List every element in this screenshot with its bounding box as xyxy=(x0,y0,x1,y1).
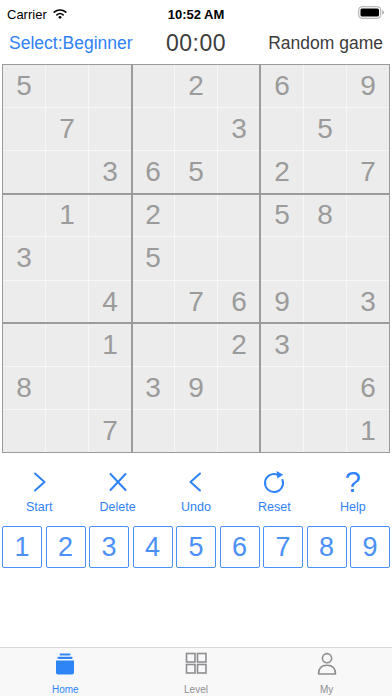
my-label: My xyxy=(320,684,333,695)
tab-my[interactable]: My xyxy=(261,648,392,696)
sudoku-cell-r9c3[interactable]: 7 xyxy=(89,410,131,452)
status-bar: Carrier 10:52 AM xyxy=(0,0,392,26)
sudoku-cell-r5c9[interactable] xyxy=(347,237,389,279)
sudoku-cell-r4c1[interactable] xyxy=(3,194,45,236)
sudoku-cell-r9c9[interactable]: 1 xyxy=(347,410,389,452)
help-label: Help xyxy=(340,500,366,514)
sudoku-cell-r4c9[interactable] xyxy=(347,194,389,236)
delete-button[interactable]: Delete xyxy=(78,467,156,514)
number-pad: 123456789 xyxy=(2,526,390,568)
sudoku-cell-r8c8[interactable] xyxy=(304,367,346,409)
carrier-label: Carrier xyxy=(7,7,47,22)
help-icon: ? xyxy=(345,467,361,497)
sudoku-cell-r9c8[interactable] xyxy=(304,410,346,452)
sudoku-cell-r4c4[interactable]: 2 xyxy=(132,194,174,236)
sudoku-cell-r3c9[interactable]: 7 xyxy=(347,151,389,193)
sudoku-cell-r5c6[interactable] xyxy=(218,237,260,279)
start-label: Start xyxy=(26,500,52,514)
sudoku-cell-r8c1[interactable]: 8 xyxy=(3,367,45,409)
reset-button[interactable]: Reset xyxy=(235,467,313,514)
sudoku-cell-r7c4[interactable] xyxy=(132,324,174,366)
sudoku-cell-r9c1[interactable] xyxy=(3,410,45,452)
sudoku-cell-r1c4[interactable] xyxy=(132,65,174,107)
delete-label: Delete xyxy=(100,500,136,514)
status-time: 10:52 AM xyxy=(168,7,225,22)
level-select-button[interactable]: Select:Beginner xyxy=(9,33,166,54)
sudoku-cell-r5c5[interactable] xyxy=(175,237,217,279)
sudoku-board-frame: 52697353652712583547693123839671 xyxy=(2,64,390,453)
sudoku-cell-r4c6[interactable] xyxy=(218,194,260,236)
sudoku-cell-r5c2[interactable] xyxy=(46,237,88,279)
sudoku-cell-r3c5[interactable]: 5 xyxy=(175,151,217,193)
game-timer: 00:00 xyxy=(166,30,226,57)
sudoku-cell-r6c5[interactable]: 7 xyxy=(175,281,217,323)
sudoku-cell-r9c6[interactable] xyxy=(218,410,260,452)
undo-label: Undo xyxy=(181,500,211,514)
numpad-button-6[interactable]: 6 xyxy=(220,526,260,568)
sudoku-cell-r1c3[interactable] xyxy=(89,65,131,107)
sudoku-cell-r6c3[interactable]: 4 xyxy=(89,281,131,323)
numpad-button-2[interactable]: 2 xyxy=(46,526,86,568)
toolbar: Start Delete Undo Reset ? Help xyxy=(0,467,392,514)
home-icon xyxy=(51,650,79,682)
sudoku-cell-r2c6[interactable]: 3 xyxy=(218,108,260,150)
level-label: Level xyxy=(184,684,208,695)
sudoku-cell-r2c7[interactable] xyxy=(261,108,303,150)
sudoku-cell-r5c8[interactable] xyxy=(304,237,346,279)
sudoku-cell-r1c6[interactable] xyxy=(218,65,260,107)
sudoku-cell-r4c5[interactable] xyxy=(175,194,217,236)
undo-button[interactable]: Undo xyxy=(157,467,235,514)
sudoku-cell-r5c3[interactable] xyxy=(89,237,131,279)
sudoku-cell-r5c1[interactable]: 3 xyxy=(3,237,45,279)
sudoku-cell-r7c1[interactable] xyxy=(3,324,45,366)
reset-label: Reset xyxy=(258,500,291,514)
numpad-button-8[interactable]: 8 xyxy=(307,526,347,568)
sudoku-cell-r7c8[interactable] xyxy=(304,324,346,366)
random-game-button[interactable]: Random game xyxy=(226,33,383,54)
sudoku-cell-r1c1[interactable]: 5 xyxy=(3,65,45,107)
numpad-button-1[interactable]: 1 xyxy=(2,526,42,568)
sudoku-cell-r8c2[interactable] xyxy=(46,367,88,409)
undo-icon xyxy=(181,467,211,497)
home-label: Home xyxy=(52,684,79,695)
sudoku-cell-r9c4[interactable] xyxy=(132,410,174,452)
sudoku-cell-r6c9[interactable]: 3 xyxy=(347,281,389,323)
sudoku-cell-r4c3[interactable] xyxy=(89,194,131,236)
numpad-button-9[interactable]: 9 xyxy=(350,526,390,568)
sudoku-cell-r9c5[interactable] xyxy=(175,410,217,452)
sudoku-cell-r7c3[interactable]: 1 xyxy=(89,324,131,366)
sudoku-cell-r2c3[interactable] xyxy=(89,108,131,150)
reset-icon xyxy=(259,467,289,497)
sudoku-cell-r8c4[interactable]: 3 xyxy=(132,367,174,409)
sudoku-cell-r2c5[interactable] xyxy=(175,108,217,150)
sudoku-cell-r2c2[interactable]: 7 xyxy=(46,108,88,150)
numpad-button-5[interactable]: 5 xyxy=(176,526,216,568)
sudoku-cell-r8c6[interactable] xyxy=(218,367,260,409)
sudoku-cell-r6c1[interactable] xyxy=(3,281,45,323)
sudoku-cell-r6c2[interactable] xyxy=(46,281,88,323)
sudoku-cell-r8c9[interactable]: 6 xyxy=(347,367,389,409)
sudoku-cell-r8c3[interactable] xyxy=(89,367,131,409)
sudoku-cell-r1c7[interactable]: 6 xyxy=(261,65,303,107)
battery-icon xyxy=(358,6,385,22)
sudoku-cell-r1c9[interactable]: 9 xyxy=(347,65,389,107)
sudoku-cell-r4c8[interactable]: 8 xyxy=(304,194,346,236)
numpad-button-4[interactable]: 4 xyxy=(133,526,173,568)
numpad-button-3[interactable]: 3 xyxy=(89,526,129,568)
sudoku-cell-r7c7[interactable]: 3 xyxy=(261,324,303,366)
sudoku-cell-r1c5[interactable]: 2 xyxy=(175,65,217,107)
help-button[interactable]: ? Help xyxy=(314,467,392,514)
sudoku-cell-r2c1[interactable] xyxy=(3,108,45,150)
sudoku-cell-r8c5[interactable]: 9 xyxy=(175,367,217,409)
sudoku-cell-r4c2[interactable]: 1 xyxy=(46,194,88,236)
level-grid-icon xyxy=(182,650,210,682)
sudoku-cell-r2c4[interactable] xyxy=(132,108,174,150)
delete-icon xyxy=(103,467,133,497)
sudoku-cell-r2c8[interactable]: 5 xyxy=(304,108,346,150)
start-button[interactable]: Start xyxy=(0,467,78,514)
sudoku-cell-r9c2[interactable] xyxy=(46,410,88,452)
sudoku-cell-r5c4[interactable]: 5 xyxy=(132,237,174,279)
sudoku-cell-r1c8[interactable] xyxy=(304,65,346,107)
sudoku-board: 52697353652712583547693123839671 xyxy=(3,65,389,452)
sudoku-cell-r7c9[interactable] xyxy=(347,324,389,366)
tab-bar: Home Level My xyxy=(0,647,392,696)
sudoku-cell-r3c4[interactable]: 6 xyxy=(132,151,174,193)
sudoku-cell-r8c7[interactable] xyxy=(261,367,303,409)
person-icon xyxy=(313,650,341,682)
wifi-icon xyxy=(52,7,68,22)
sudoku-cell-r3c1[interactable] xyxy=(3,151,45,193)
start-icon xyxy=(24,467,54,497)
numpad-button-7[interactable]: 7 xyxy=(263,526,303,568)
tab-level[interactable]: Level xyxy=(131,648,262,696)
sudoku-cell-r7c5[interactable] xyxy=(175,324,217,366)
sudoku-cell-r7c6[interactable]: 2 xyxy=(218,324,260,366)
tab-home[interactable]: Home xyxy=(0,648,131,696)
sudoku-cell-r2c9[interactable] xyxy=(347,108,389,150)
sudoku-cell-r3c6[interactable] xyxy=(218,151,260,193)
sudoku-cell-r6c4[interactable] xyxy=(132,281,174,323)
header: Select:Beginner 00:00 Random game xyxy=(0,26,392,60)
sudoku-cell-r7c2[interactable] xyxy=(46,324,88,366)
sudoku-cell-r6c7[interactable]: 9 xyxy=(261,281,303,323)
sudoku-cell-r1c2[interactable] xyxy=(46,65,88,107)
sudoku-cell-r5c7[interactable] xyxy=(261,237,303,279)
sudoku-cell-r3c7[interactable]: 2 xyxy=(261,151,303,193)
sudoku-cell-r6c8[interactable] xyxy=(304,281,346,323)
sudoku-cell-r3c8[interactable] xyxy=(304,151,346,193)
sudoku-cell-r3c3[interactable]: 3 xyxy=(89,151,131,193)
sudoku-cell-r3c2[interactable] xyxy=(46,151,88,193)
sudoku-cell-r4c7[interactable]: 5 xyxy=(261,194,303,236)
sudoku-cell-r6c6[interactable]: 6 xyxy=(218,281,260,323)
sudoku-cell-r9c7[interactable] xyxy=(261,410,303,452)
